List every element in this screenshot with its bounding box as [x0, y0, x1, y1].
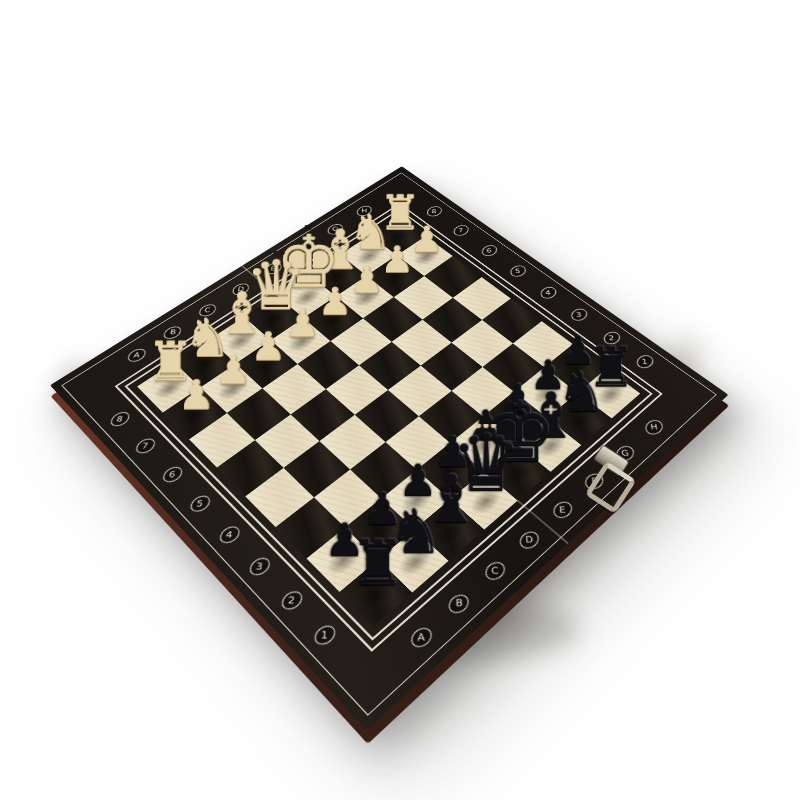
- board-top: ABCDEFGH ABCDEFGH 87654321 87654321 ♜♞♝♛…: [50, 166, 728, 730]
- queen-crown-balls: [476, 423, 497, 428]
- piece-white-pawn-b7[interactable]: ♟: [215, 350, 251, 390]
- photo-canvas: ABCDEFGH ABCDEFGH 87654321 87654321 ♜♞♝♛…: [0, 0, 800, 800]
- king-block-top: [305, 224, 312, 230]
- scene: ABCDEFGH ABCDEFGH 87654321 87654321 ♜♞♝♛…: [0, 0, 800, 800]
- piece-white-pawn-c7[interactable]: ♟: [251, 326, 286, 365]
- piece-white-pawn-e7[interactable]: ♟: [318, 282, 352, 320]
- piece-white-pawn-d7[interactable]: ♟: [285, 304, 320, 343]
- piece-black-rook-a1[interactable]: ♜: [350, 533, 406, 595]
- piece-white-pawn-a7[interactable]: ♟: [178, 374, 215, 415]
- piece-white-pawn-g7[interactable]: ♟: [381, 241, 414, 278]
- piece-white-pawn-f7[interactable]: ♟: [350, 261, 383, 298]
- piece-white-pawn-h7[interactable]: ♟: [411, 221, 443, 257]
- queen-crown-balls: [267, 250, 285, 255]
- chess-board: ABCDEFGH ABCDEFGH 87654321 87654321 ♜♞♝♛…: [50, 166, 728, 730]
